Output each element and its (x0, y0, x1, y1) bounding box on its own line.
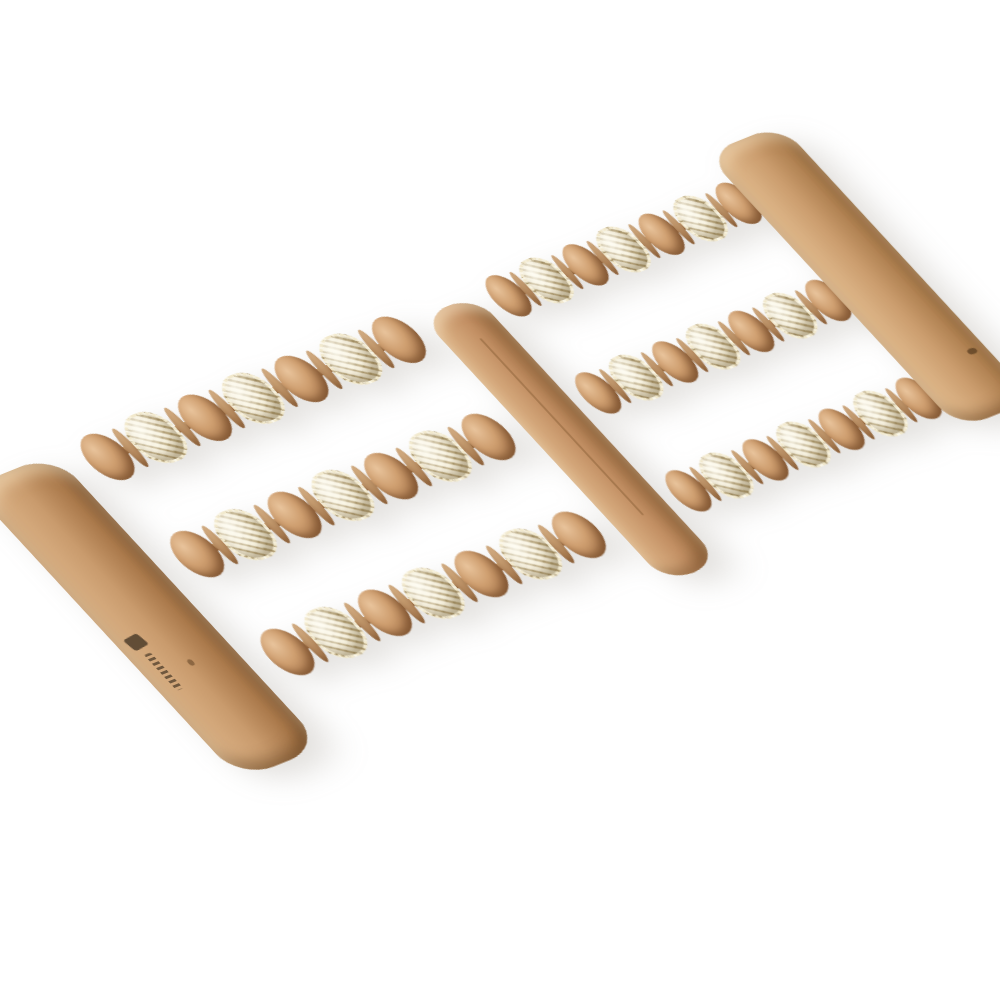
row-1-right-section (472, 173, 775, 325)
wood-knot-icon (966, 347, 979, 356)
row-3-right-section (652, 368, 955, 520)
brand-stamp-text (144, 653, 183, 691)
row-2-right-section (562, 271, 865, 423)
brand-stamp-icon (123, 633, 149, 651)
back-rail (706, 124, 1000, 429)
wood-knot-icon (186, 659, 196, 667)
product-photo (0, 0, 1000, 1000)
